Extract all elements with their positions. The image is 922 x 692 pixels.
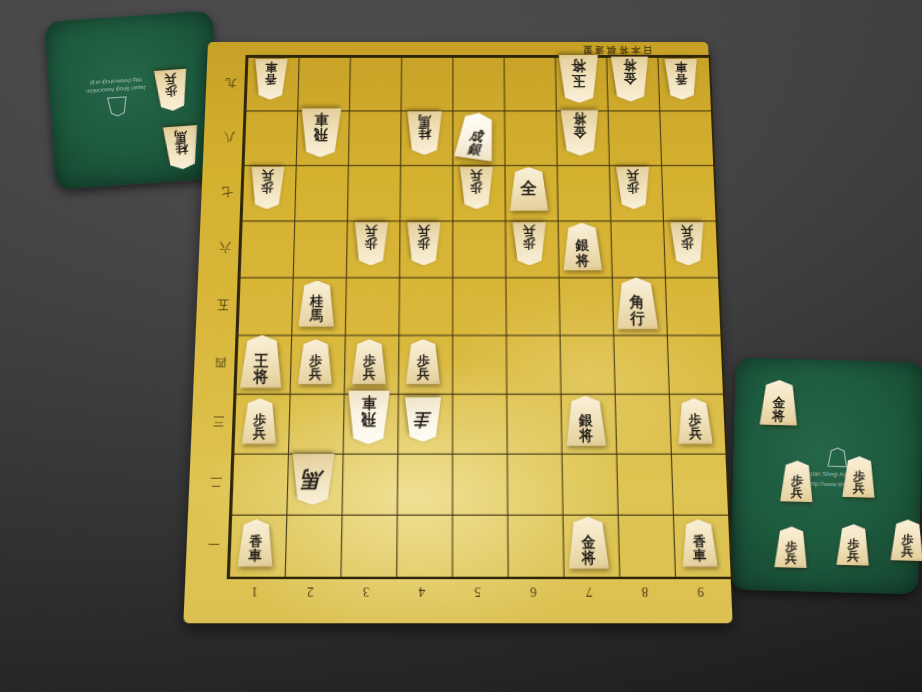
piece-face: 歩兵	[774, 526, 808, 568]
piece-pawn[interactable]: 歩兵	[780, 460, 814, 499]
piece-knight[interactable]: 桂馬	[163, 128, 201, 170]
piece-face: 圭	[404, 397, 441, 442]
piece-face: 金将	[560, 109, 600, 155]
piece-face: 歩兵	[616, 166, 651, 209]
piece-pawn-1三[interactable]: 歩兵	[241, 398, 277, 441]
piece-face: 歩兵	[836, 524, 870, 566]
piece-pawn-9三[interactable]: 歩兵	[676, 398, 713, 441]
piece-pawn-1七[interactable]: 歩兵	[249, 169, 284, 209]
piece-face: 王将	[239, 335, 283, 388]
piece-pawn-6六[interactable]: 歩兵	[512, 225, 547, 265]
piece-pawn[interactable]: 歩兵	[836, 524, 870, 563]
hand-pieces-top: 歩兵桂馬	[44, 10, 212, 22]
rank-label-八: 八	[224, 128, 236, 143]
piece-pawn-8七[interactable]: 歩兵	[616, 169, 651, 209]
piece-face: 歩兵	[676, 398, 713, 444]
piece-face: 桂馬	[298, 280, 336, 327]
piece-knight-4八[interactable]: 桂馬	[406, 114, 442, 155]
file-label-2: 2	[307, 582, 314, 600]
piece-promoted-knight-4三[interactable]: 圭	[404, 397, 441, 442]
file-label-3: 3	[363, 582, 370, 600]
piece-pawn-3六[interactable]: 歩兵	[353, 225, 388, 265]
komadai-top-left: Japan Shogi Association http://www.shogi…	[44, 10, 223, 189]
piece-pawn[interactable]: 歩兵	[842, 456, 876, 495]
piece-pawn-2四[interactable]: 歩兵	[297, 339, 333, 381]
piece-gold-7八[interactable]: 金将	[560, 112, 599, 155]
file-label-4: 4	[418, 582, 425, 600]
piece-face: 香車	[253, 58, 288, 99]
rank-label-六: 六	[219, 239, 231, 255]
piece-face: 歩兵	[670, 222, 706, 266]
piece-face: 歩兵	[406, 222, 440, 266]
piece-face: 歩兵	[512, 222, 547, 266]
piece-face: 馬	[290, 454, 334, 506]
piece-gold[interactable]: 金将	[759, 380, 798, 423]
piece-lance-1九[interactable]: 香車	[253, 61, 287, 99]
piece-face: 香車	[664, 58, 699, 99]
file-label-8: 8	[642, 582, 649, 600]
piece-lance-1一[interactable]: 香車	[237, 519, 274, 563]
komadai-bottom-right: Japan Shogi Association http://www.shogi…	[730, 358, 922, 595]
piece-face: 金将	[567, 517, 609, 570]
piece-pawn-9六[interactable]: 歩兵	[670, 225, 706, 265]
piece-bishop-8五[interactable]: 角行	[615, 277, 658, 326]
piece-face: 金将	[759, 380, 798, 426]
piece-face: 飛車	[300, 108, 342, 157]
piece-face: 歩兵	[297, 339, 333, 384]
piece-promoted-bishop-2二[interactable]: 馬	[290, 454, 334, 506]
piece-silver-7三[interactable]: 銀将	[565, 396, 606, 443]
piece-silver-7六[interactable]: 銀将	[562, 223, 602, 268]
piece-face: 歩兵	[154, 69, 190, 112]
piece-gold-7一[interactable]: 金将	[567, 517, 609, 566]
piece-pawn-5七[interactable]: 歩兵	[460, 169, 494, 209]
piece-face: 歩兵	[460, 166, 494, 209]
piece-lance-9一[interactable]: 香車	[681, 519, 718, 563]
piece-face: 全	[509, 167, 548, 211]
rank-label-七: 七	[221, 183, 233, 199]
rank-label-二: 二	[210, 473, 222, 490]
piece-face: 歩兵	[890, 519, 922, 561]
file-label-6: 6	[530, 582, 537, 600]
piece-face: 玉将	[558, 54, 599, 102]
rank-label-三: 三	[212, 413, 224, 430]
piece-face: 飛車	[347, 391, 390, 445]
piece-face: 歩兵	[241, 398, 278, 444]
photo-scene: Japan Shogi Association http://www.shogi…	[0, 0, 922, 692]
piece-promoted-silver-6七[interactable]: 全	[509, 167, 548, 211]
piece-face: 桂馬	[406, 110, 442, 154]
rank-label-五: 五	[217, 296, 229, 312]
file-label-5: 5	[474, 582, 481, 600]
file-label-9: 9	[698, 582, 705, 600]
piece-king-7九[interactable]: 玉将	[558, 57, 599, 102]
piece-rook-3三[interactable]: 飛車	[347, 394, 390, 445]
piece-knight-2五[interactable]: 桂馬	[298, 280, 336, 323]
file-label-1: 1	[251, 582, 258, 600]
piece-face: 角行	[615, 277, 658, 329]
rank-label-四: 四	[215, 354, 227, 371]
piece-pawn[interactable]: 歩兵	[774, 526, 808, 565]
piece-face: 歩兵	[249, 166, 284, 209]
jsa-emblem-icon	[106, 95, 129, 118]
piece-face: 歩兵	[351, 339, 386, 384]
piece-promoted-silver-5八[interactable]: 成銀	[454, 110, 498, 158]
piece-king-1四[interactable]: 王将	[240, 335, 284, 385]
rank-label-一: 一	[208, 534, 221, 552]
piece-gold-8九[interactable]: 金将	[611, 59, 650, 101]
piece-pawn[interactable]: 歩兵	[154, 72, 190, 112]
piece-pawn-4六[interactable]: 歩兵	[406, 225, 440, 265]
shogi-board: 日本将棋連盟 九八七六五四三二一123456789 香車玉将金将香車飛車桂馬成銀…	[183, 42, 732, 623]
piece-face: 歩兵	[405, 339, 440, 384]
piece-face: 歩兵	[353, 222, 388, 266]
piece-rook-2八[interactable]: 飛車	[300, 111, 342, 157]
piece-face: 銀将	[562, 223, 602, 271]
piece-pawn-4四[interactable]: 歩兵	[406, 339, 441, 381]
piece-face: 成銀	[454, 110, 498, 161]
piece-face: 銀将	[565, 396, 606, 447]
piece-face: 桂馬	[162, 125, 200, 170]
piece-face: 香車	[237, 519, 274, 567]
piece-face: 香車	[681, 519, 719, 567]
piece-face: 金将	[611, 56, 651, 101]
piece-face: 歩兵	[842, 456, 876, 498]
rank-label-九: 九	[226, 74, 238, 89]
piece-pawn-3四[interactable]: 歩兵	[351, 339, 386, 381]
hand-pieces-bottom: 金将歩兵歩兵歩兵歩兵歩兵	[736, 358, 922, 363]
piece-face: 歩兵	[780, 460, 814, 502]
piece-pawn[interactable]: 歩兵	[890, 519, 922, 558]
piece-lance-9九[interactable]: 香車	[665, 61, 700, 99]
file-label-7: 7	[586, 582, 593, 600]
